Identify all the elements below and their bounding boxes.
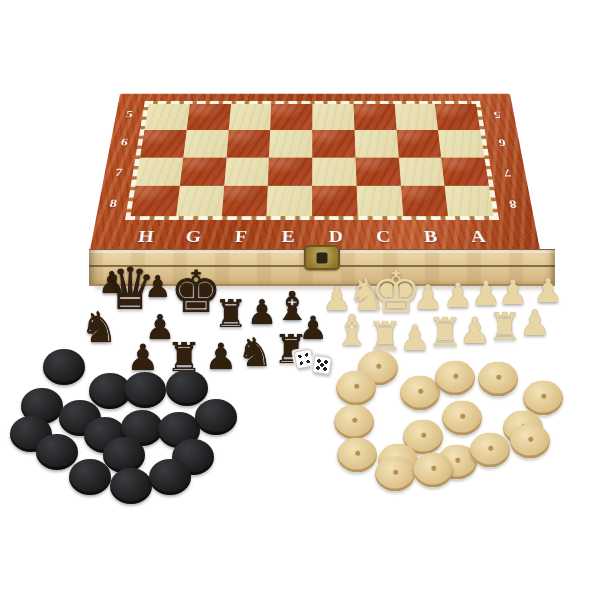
file-label-b: B	[406, 225, 456, 249]
file-label-c: C	[359, 225, 408, 249]
square-f6	[226, 130, 270, 157]
black-checker	[36, 434, 78, 470]
brass-clasp-icon	[304, 245, 340, 270]
rank-label-7: 7	[103, 157, 135, 188]
square-c8	[356, 186, 403, 216]
black-checker	[195, 399, 237, 435]
square-e5	[270, 104, 312, 130]
square-b7	[398, 157, 444, 186]
light-pawn: ♟	[399, 321, 430, 356]
square-c7	[355, 157, 400, 186]
black-checker	[43, 349, 85, 385]
square-f8	[221, 186, 268, 216]
rank-label-8: 8	[97, 188, 130, 220]
light-pawn: ♟	[519, 306, 550, 341]
square-d7	[312, 157, 356, 186]
dark-pawn: ♟	[247, 295, 277, 329]
rank-label-right-6: 6	[487, 128, 518, 157]
square-a7	[441, 157, 489, 186]
black-checker	[69, 459, 111, 495]
square-c6	[354, 130, 398, 157]
black-checker	[149, 459, 191, 495]
black-checker	[110, 468, 152, 504]
rank-label-right-8: 8	[497, 188, 530, 220]
dark-knight: ♞	[237, 332, 273, 372]
light-rook: ♜	[427, 312, 463, 352]
product-photo-scene: 5678 5678 HGFEDCBA ♟♟♛♚♞♟♜♟♝♟♜♟♞♜♟♟♞♚♟♟♟…	[0, 0, 600, 600]
file-label-h: H	[120, 225, 171, 249]
light-bishop: ♝	[333, 310, 371, 352]
square-h7	[135, 157, 183, 186]
file-label-e: E	[264, 225, 312, 249]
wood-checker	[337, 438, 377, 473]
light-rook: ♜	[488, 308, 522, 346]
square-b8	[401, 186, 449, 216]
file-label-a: A	[453, 225, 504, 249]
wood-checker	[478, 362, 518, 397]
rank-label-right-5: 5	[483, 101, 513, 128]
square-b6	[396, 130, 441, 157]
square-d8	[312, 186, 357, 216]
light-pawn: ♟	[443, 278, 473, 312]
square-g5	[186, 104, 230, 130]
file-label-g: G	[168, 225, 218, 249]
board-frame: 5678 5678 HGFEDCBA	[90, 94, 540, 250]
wood-checker	[510, 424, 550, 459]
square-d5	[312, 104, 354, 130]
square-g8	[176, 186, 224, 216]
wood-checker	[442, 401, 482, 436]
wood-checker	[336, 371, 376, 406]
square-e7	[268, 157, 312, 186]
black-checker	[124, 372, 166, 408]
board-play-area	[125, 101, 499, 220]
rank-label-5: 5	[114, 101, 144, 128]
wood-checker	[400, 376, 440, 411]
square-f5	[228, 104, 271, 130]
square-c5	[353, 104, 396, 130]
chess-board-top: 5678 5678 HGFEDCBA	[90, 94, 540, 250]
dark-pawn: ♟	[205, 339, 237, 375]
light-pawn: ♟	[533, 274, 563, 307]
light-pawn: ♟	[459, 313, 491, 349]
checkered-border-strip	[125, 101, 499, 220]
wood-checker	[470, 433, 510, 468]
black-checker	[103, 437, 145, 473]
square-h5	[144, 104, 189, 130]
rank-label-6: 6	[109, 128, 140, 157]
square-a8	[445, 186, 494, 216]
die	[312, 355, 332, 375]
dark-pawn: ♟	[127, 340, 159, 376]
wood-checker	[334, 405, 374, 440]
square-b5	[394, 104, 438, 130]
wood-checker	[523, 381, 563, 416]
file-label-f: F	[216, 225, 265, 249]
square-a6	[438, 130, 484, 157]
dark-knight: ♞	[80, 307, 118, 349]
square-g6	[183, 130, 228, 157]
rank-label-right-7: 7	[492, 157, 524, 188]
square-f7	[224, 157, 269, 186]
black-checker	[166, 370, 208, 406]
dark-rook: ♜	[214, 295, 248, 333]
board-grid	[130, 104, 493, 216]
square-d6	[312, 130, 355, 157]
square-g7	[180, 157, 227, 186]
die	[294, 349, 315, 370]
wood-checker	[413, 453, 453, 488]
square-h6	[140, 130, 186, 157]
square-a5	[435, 104, 480, 130]
square-h8	[130, 186, 179, 216]
wood-checker	[435, 361, 475, 396]
square-e8	[267, 186, 312, 216]
wood-checker	[375, 457, 415, 492]
square-e6	[269, 130, 312, 157]
